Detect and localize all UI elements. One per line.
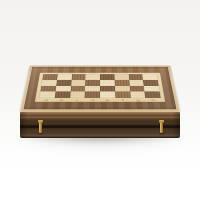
board-square [145,92,161,98]
coordinate-label: h [145,98,161,101]
brass-clasp-right [158,120,165,134]
board-top: abcdefgh [20,66,180,112]
walnut-frame: abcdefgh [24,67,177,109]
coordinate-label: b [54,98,70,101]
coordinate-label: c [69,98,84,101]
board-grid [39,74,160,97]
product-photo-scene: abcdefgh [0,0,200,200]
board-square [115,92,130,98]
coords-row: abcdefgh [39,98,161,101]
coordinate-label: g [130,98,146,101]
coordinate-label: d [85,98,100,101]
clasp-hook [39,122,42,133]
case-front [20,112,180,138]
brass-clasp-left [37,120,44,134]
board-square [100,92,115,98]
coordinate-label: f [115,98,130,101]
edge-shading [20,112,180,138]
board-square [55,92,71,98]
coordinate-label: a [39,98,55,101]
board-square [85,92,100,98]
board-square [39,92,55,98]
board-square [70,92,85,98]
coordinate-label: e [100,98,115,101]
clasp-hook [160,122,163,133]
board-square [130,92,146,98]
outer-maple-edge: abcdefgh [20,66,180,112]
